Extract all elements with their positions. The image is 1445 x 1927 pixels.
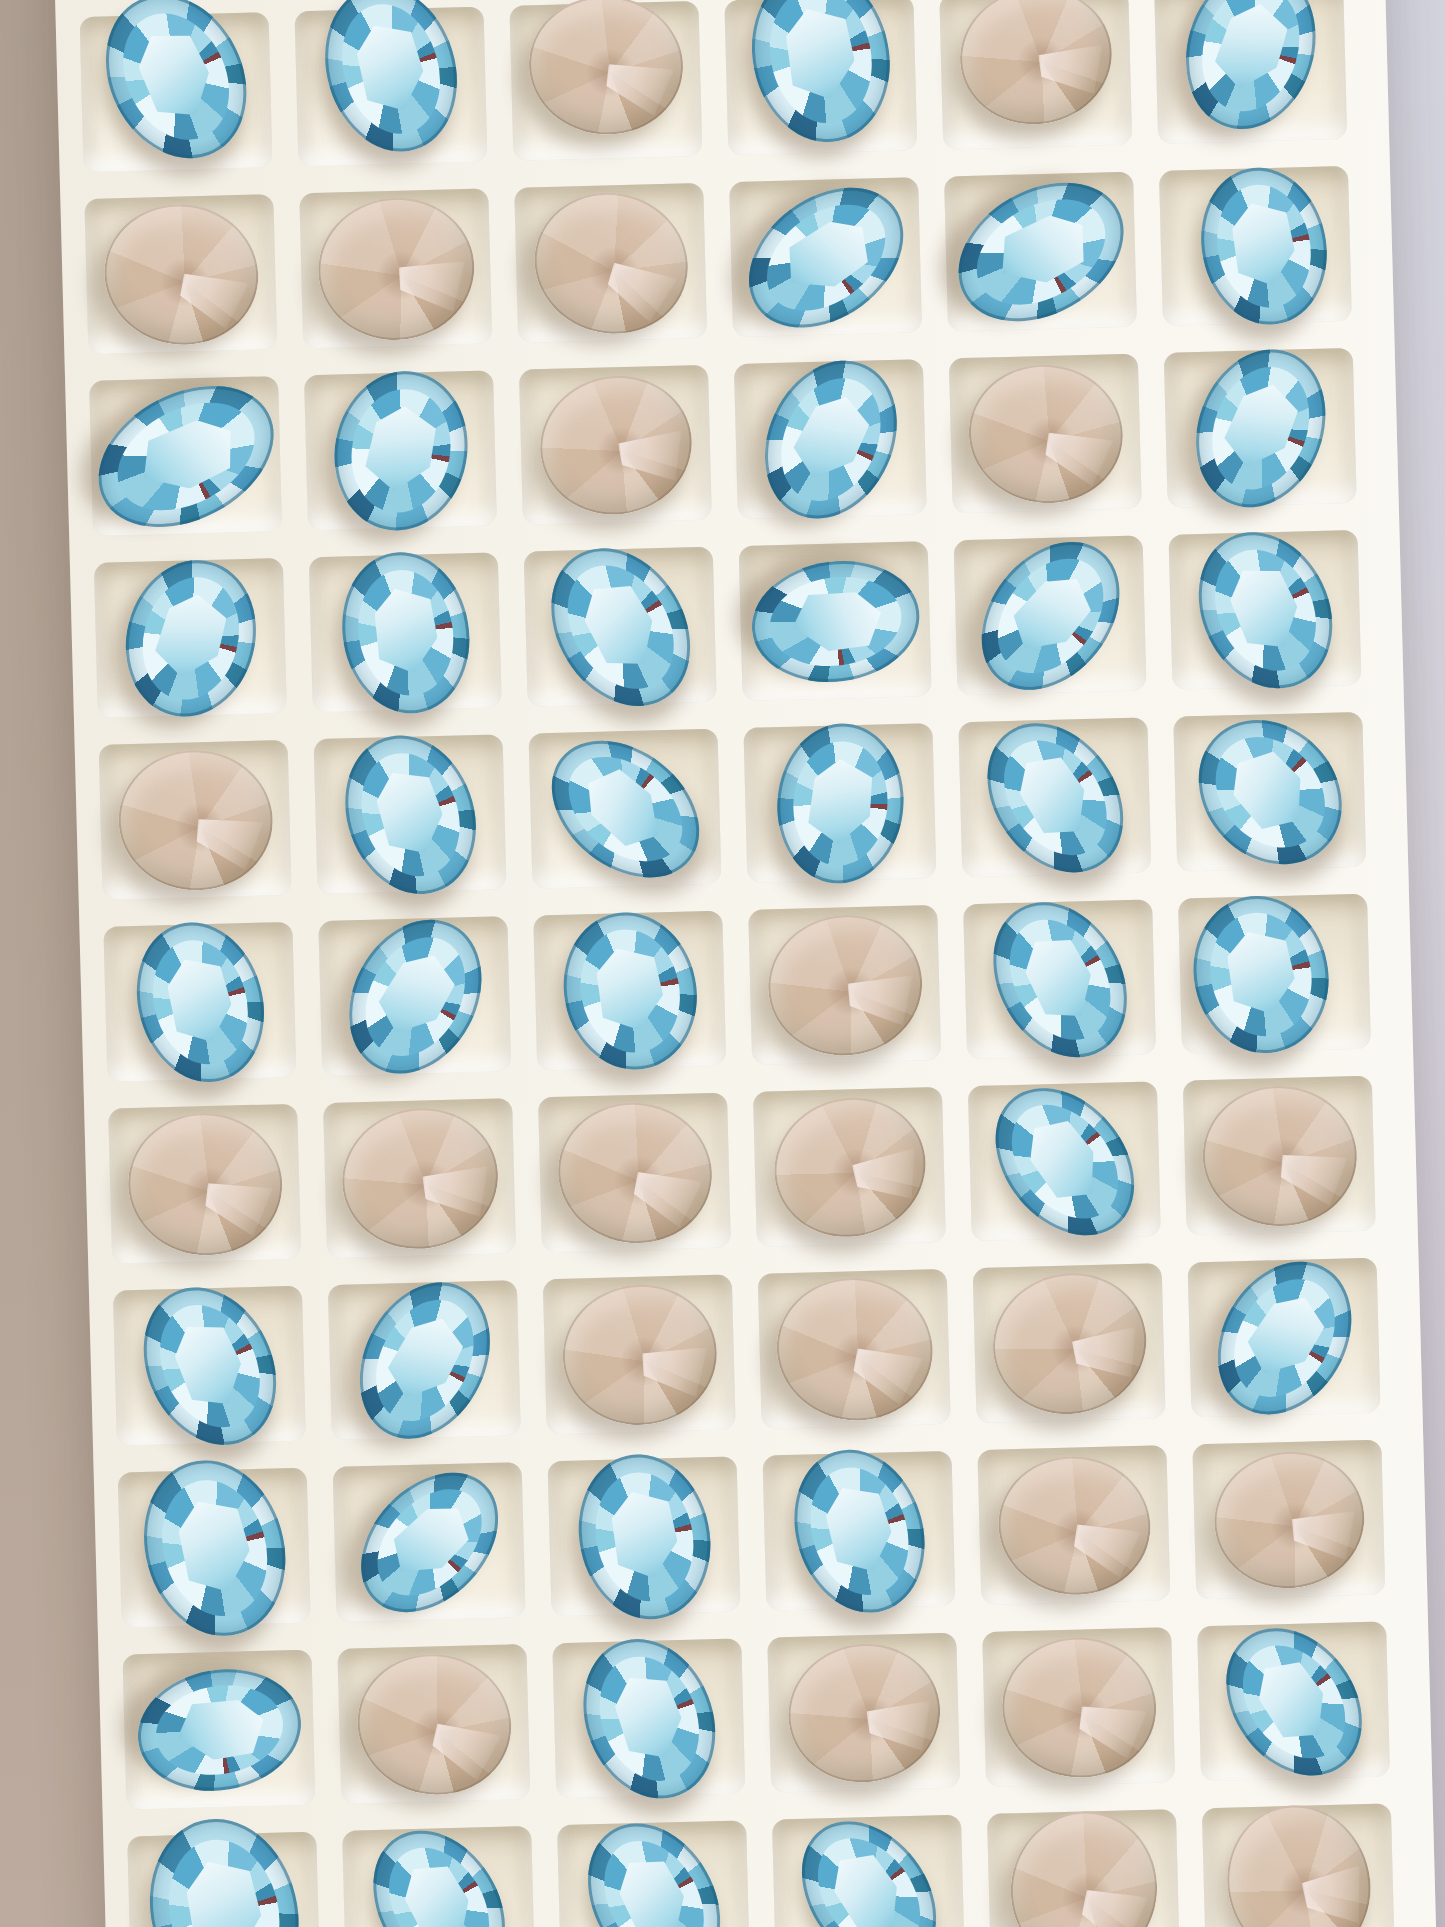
tray-cell-r8c3 [543,1274,736,1434]
gem-crystal-face-up [128,1657,310,1802]
tray-cell-r5c2 [314,734,507,894]
gem-foiled-back-face-down [519,176,703,350]
tray-cell-r6c6 [1178,894,1371,1054]
tray-cell-r1c2 [294,7,487,167]
gem-foiled-back-face-down [331,1096,508,1260]
tray-cell-r7c4 [753,1087,946,1247]
gem-crystal-face-up [774,1433,944,1629]
tray-cell-r6c2 [318,916,511,1076]
tray-cell-r10c5 [982,1627,1175,1787]
gem-foiled-back-face-down [1209,1788,1388,1927]
tray-cell-r1c3 [509,1,702,161]
tray-cell-r2c1 [84,194,277,354]
tray-cell-r1c5 [939,0,1132,150]
gem-foiled-back-face-down [949,0,1121,135]
tray-cell-r3c1 [89,376,282,536]
gem-crystal-face-up [1179,883,1342,1065]
tray-cell-r6c4 [748,905,941,1065]
gem-crystal-face-up [333,1445,524,1638]
tray-cell-r5c1 [99,740,292,900]
gem-crystal-face-up [324,717,497,912]
gem-crystal-face-up [561,1799,746,1927]
tray-cell-r4c3 [524,547,717,707]
gem-foiled-back-face-down [758,1080,941,1254]
gem-crystal-face-up [1173,510,1356,710]
tray-cell-r9c3 [548,1456,741,1616]
tray-cell-r8c2 [328,1280,521,1440]
tray-cell-r3c2 [304,370,497,530]
gem-foiled-back-face-down [1206,1442,1372,1596]
gem-crystal-face-up [1198,1601,1390,1801]
tray-cell-r7c3 [538,1093,731,1253]
tray-cell-r8c5 [973,1263,1166,1423]
tray-cell-r6c1 [103,922,296,1082]
gem-foiled-back-face-down [991,1448,1158,1602]
gem-crystal-face-up [323,896,508,1097]
gem-foiled-back-face-down [548,1092,721,1253]
tray-cell-r8c6 [1188,1258,1381,1418]
gem-crystal-face-up [346,1806,531,1927]
gem-foiled-back-face-down [1000,1801,1167,1927]
gem-foiled-back-face-down [1199,1082,1359,1229]
gem-crystal-face-up [1167,0,1334,144]
gem-foiled-back-face-down [115,747,275,894]
rhinestone-tray [53,0,1439,1927]
tray-cell-r3c4 [734,359,927,519]
gem-crystal-face-up [771,718,909,887]
tray-cell-r5c5 [958,717,1151,877]
tray-cell-r2c5 [944,172,1137,332]
gem-crystal-face-up [740,339,921,540]
gem-crystal-face-up [966,878,1153,1081]
tray-cell-r4c1 [94,558,287,718]
gem-crystal-face-up [967,1060,1162,1262]
tray-cell-r11c3 [557,1820,750,1927]
gem-crystal-face-up [933,154,1147,349]
gem-foiled-back-face-down [94,193,267,354]
tray-cell-r11c1 [127,1832,320,1927]
gem-foiled-back-face-down [996,1631,1161,1783]
tray-cell-r5c3 [528,729,721,889]
tray-cell-r11c4 [772,1815,965,1927]
gem-foiled-back-face-down [311,190,480,346]
gem-crystal-face-up [79,0,273,182]
tray-cell-r3c3 [519,365,712,525]
tray-cell-r4c2 [309,552,502,712]
tray-cell-r3c5 [949,354,1142,514]
gem-crystal-face-up [1174,330,1347,525]
gem-crystal-face-up [330,542,481,723]
gem-crystal-face-up [560,1619,737,1818]
tray-cell-r5c4 [743,723,936,883]
gem-foiled-back-face-down [767,1267,942,1430]
gem-crystal-face-up [334,1260,515,1460]
gem-crystal-face-up [549,900,710,1081]
gem-crystal-face-up [131,1803,317,1927]
gem-crystal-face-up [736,0,904,154]
tray-cell-r1c6 [1154,0,1347,144]
tray-cell-r10c1 [122,1650,315,1810]
tray-cell-r4c5 [954,535,1147,695]
tray-cell-r9c4 [762,1451,955,1611]
gem-crystal-face-up [1190,1237,1377,1439]
gem-crystal-face-up [321,360,480,541]
tray-cell-r1c4 [724,0,917,155]
tray-cell-r2c3 [514,183,707,343]
gem-foiled-back-face-down [527,362,703,528]
gem-crystal-face-up [564,1442,724,1631]
gem-crystal-face-up [118,1265,301,1466]
gem-crystal-face-up [74,357,297,555]
tray-cell-r8c1 [113,1286,306,1446]
tray-cell-r7c5 [968,1081,1161,1241]
gem-crystal-face-up [305,0,475,167]
gem-foiled-back-face-down [759,905,930,1064]
gem-crystal-face-up [1187,156,1340,336]
gem-crystal-face-up [118,907,281,1096]
tray-cell-r8c4 [758,1269,951,1429]
gem-foiled-back-face-down [961,356,1130,511]
tray-cell-r11c2 [342,1826,535,1927]
gem-foiled-back-face-down [978,1257,1160,1429]
tray-cell-r6c3 [533,911,726,1071]
gem-foiled-back-face-down [523,0,687,140]
gem-crystal-face-up [774,1795,964,1927]
photo-stage [0,0,1445,1927]
gem-crystal-face-up [744,551,926,692]
tray-cell-r10c2 [337,1644,530,1804]
tray-cell-r10c4 [767,1633,960,1793]
tray-cell-r9c1 [118,1468,311,1628]
tray-cell-r10c6 [1197,1621,1390,1781]
gem-crystal-face-up [109,545,272,730]
tray-grid [80,0,1395,1927]
gem-crystal-face-up [959,697,1151,899]
tray-cell-r11c5 [987,1809,1180,1927]
tray-cell-r5c6 [1173,712,1366,872]
tray-cell-r2c6 [1159,166,1352,326]
tray-cell-r3c6 [1164,348,1357,508]
gem-crystal-face-up [525,712,726,905]
tray-cell-r7c1 [108,1104,301,1264]
gem-crystal-face-up [1169,690,1371,893]
tray-cell-r6c5 [963,899,1156,1059]
gem-crystal-face-up [124,1443,305,1651]
gem-foiled-back-face-down [122,1107,287,1261]
tray-cell-r7c6 [1183,1076,1376,1236]
gem-crystal-face-up [523,522,718,731]
tray-cell-r2c4 [729,177,922,337]
tray-cell-r9c6 [1192,1440,1385,1600]
tray-cell-r10c3 [552,1638,745,1798]
gem-foiled-back-face-down [345,1641,522,1807]
tray-cell-r4c4 [739,541,932,701]
tray-cell-r9c2 [333,1462,526,1622]
tray-cell-r11c6 [1202,1803,1395,1927]
gem-crystal-face-up [953,515,1147,717]
tray-cell-r9c5 [977,1445,1170,1605]
tray-cell-r1c1 [80,12,273,172]
tray-cell-r4c6 [1168,530,1361,690]
tray-cell-r7c2 [323,1098,516,1258]
tray-cell-r2c2 [299,188,492,348]
gem-foiled-back-face-down [777,1632,950,1793]
gem-crystal-face-up [722,158,930,356]
gem-foiled-back-face-down [556,1277,723,1431]
